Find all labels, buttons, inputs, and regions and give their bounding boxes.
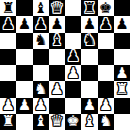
square-f2[interactable]: ♟ [81, 98, 97, 114]
square-c5[interactable] [33, 49, 49, 65]
square-b8[interactable] [16, 0, 32, 16]
square-d1[interactable]: ♛ [49, 114, 65, 130]
square-h4[interactable]: ♟ [114, 65, 130, 81]
square-f3[interactable] [81, 81, 97, 97]
square-b2[interactable]: ♟ [16, 98, 32, 114]
square-f7[interactable]: ♟ [81, 16, 97, 32]
square-h1[interactable] [114, 114, 130, 130]
square-h2[interactable] [114, 98, 130, 114]
square-a2[interactable]: ♟ [0, 98, 16, 114]
white-pawn-c2[interactable]: ♟ [34, 98, 47, 113]
square-h8[interactable] [114, 0, 130, 16]
square-b5[interactable] [16, 49, 32, 65]
white-pawn-f2[interactable]: ♟ [83, 98, 96, 113]
square-e8[interactable] [65, 0, 81, 16]
white-rook-a1[interactable]: ♜ [1, 114, 14, 129]
white-king-e1[interactable]: ♚ [66, 114, 79, 129]
white-pawn-g2[interactable]: ♟ [99, 98, 112, 113]
square-e1[interactable]: ♚ [65, 114, 81, 130]
square-g2[interactable]: ♟ [98, 98, 114, 114]
square-f5[interactable] [81, 49, 97, 65]
black-pawn-e5[interactable]: ♟ [66, 49, 79, 64]
square-d7[interactable]: ♟ [49, 16, 65, 32]
square-a5[interactable] [0, 49, 16, 65]
white-pawn-d3[interactable]: ♟ [50, 81, 63, 96]
square-f1[interactable]: ♝ [81, 114, 97, 130]
black-knight-f6[interactable]: ♞ [83, 33, 96, 48]
white-bishop-c1[interactable]: ♝ [34, 114, 47, 129]
square-g1[interactable]: ♞ [98, 114, 114, 130]
black-king-g8[interactable]: ♚ [99, 0, 112, 15]
square-h6[interactable] [114, 33, 130, 49]
square-c2[interactable]: ♟ [33, 98, 49, 114]
square-c3[interactable]: ♞ [33, 81, 49, 97]
black-pawn-h7[interactable]: ♟ [115, 16, 128, 31]
square-h3[interactable]: ♜ [114, 81, 130, 97]
square-g6[interactable] [98, 33, 114, 49]
black-rook-a8[interactable]: ♜ [1, 0, 14, 15]
square-g5[interactable] [98, 49, 114, 65]
black-bishop-c8[interactable]: ♝ [34, 0, 47, 15]
square-e4[interactable]: ♟ [65, 65, 81, 81]
square-e2[interactable] [65, 98, 81, 114]
black-pawn-f7[interactable]: ♟ [83, 16, 96, 31]
black-pawn-a7[interactable]: ♟ [1, 16, 14, 31]
square-f8[interactable]: ♜ [81, 0, 97, 16]
square-e5[interactable]: ♟ [65, 49, 81, 65]
square-c8[interactable]: ♝ [33, 0, 49, 16]
square-g3[interactable] [98, 81, 114, 97]
square-d8[interactable]: ♛ [49, 0, 65, 16]
black-pawn-b7[interactable]: ♟ [18, 16, 31, 31]
square-e7[interactable] [65, 16, 81, 32]
square-e6[interactable] [65, 33, 81, 49]
square-h5[interactable] [114, 49, 130, 65]
square-a3[interactable] [0, 81, 16, 97]
square-d5[interactable] [49, 49, 65, 65]
white-bishop-f1[interactable]: ♝ [83, 114, 96, 129]
square-b1[interactable] [16, 114, 32, 130]
white-pawn-h4[interactable]: ♟ [115, 65, 128, 80]
square-b3[interactable] [16, 81, 32, 97]
square-a6[interactable] [0, 33, 16, 49]
square-a1[interactable]: ♜ [0, 114, 16, 130]
black-queen-d8[interactable]: ♛ [50, 0, 63, 15]
square-f4[interactable] [81, 65, 97, 81]
square-a4[interactable] [0, 65, 16, 81]
square-g8[interactable]: ♚ [98, 0, 114, 16]
black-bishop-d6[interactable]: ♝ [50, 33, 63, 48]
square-f6[interactable]: ♞ [81, 33, 97, 49]
white-knight-c3[interactable]: ♞ [34, 81, 47, 96]
square-c7[interactable]: ♟ [33, 16, 49, 32]
square-d3[interactable]: ♟ [49, 81, 65, 97]
black-knight-c6[interactable]: ♞ [34, 33, 47, 48]
square-d6[interactable]: ♝ [49, 33, 65, 49]
square-b4[interactable] [16, 65, 32, 81]
square-d4[interactable] [49, 65, 65, 81]
white-pawn-e4[interactable]: ♟ [66, 65, 79, 80]
white-knight-g1[interactable]: ♞ [99, 114, 112, 129]
white-queen-d1[interactable]: ♛ [50, 114, 63, 129]
white-rook-h3[interactable]: ♜ [115, 81, 128, 96]
square-a7[interactable]: ♟ [0, 16, 16, 32]
square-h7[interactable]: ♟ [114, 16, 130, 32]
square-b6[interactable] [16, 33, 32, 49]
square-a8[interactable]: ♜ [0, 0, 16, 16]
square-c4[interactable] [33, 65, 49, 81]
chess-board: ♜♝♛♜♚♟♟♟♟♟♟♟♞♝♞♟♟♟♞♟♜♟♟♟♟♟♜♝♛♚♝♞ [0, 0, 130, 130]
black-pawn-g7[interactable]: ♟ [99, 16, 112, 31]
square-c6[interactable]: ♞ [33, 33, 49, 49]
square-b7[interactable]: ♟ [16, 16, 32, 32]
black-pawn-c7[interactable]: ♟ [34, 16, 47, 31]
square-g7[interactable]: ♟ [98, 16, 114, 32]
white-pawn-a2[interactable]: ♟ [1, 98, 14, 113]
square-g4[interactable] [98, 65, 114, 81]
black-rook-f8[interactable]: ♜ [83, 0, 96, 15]
square-c1[interactable]: ♝ [33, 114, 49, 130]
square-e3[interactable] [65, 81, 81, 97]
white-pawn-b2[interactable]: ♟ [18, 98, 31, 113]
square-d2[interactable] [49, 98, 65, 114]
black-pawn-d7[interactable]: ♟ [50, 16, 63, 31]
